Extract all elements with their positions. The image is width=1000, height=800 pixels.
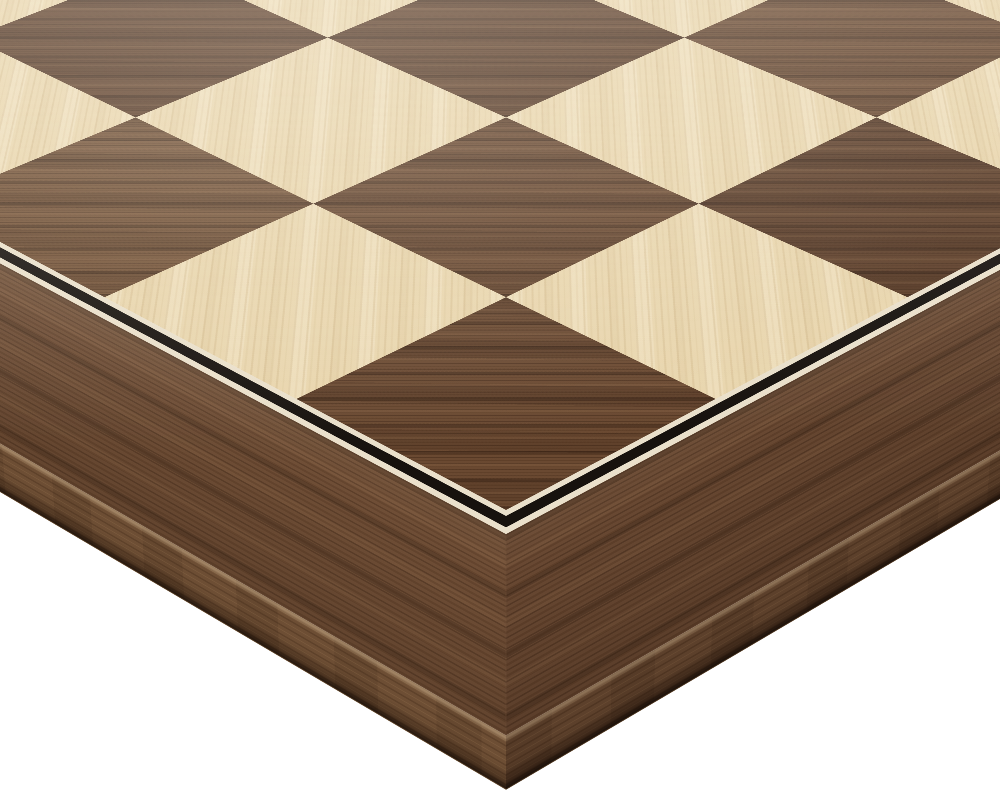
chess-board	[0, 0, 1000, 735]
stringing-ebony-line	[0, 0, 1000, 527]
product-photo-scene	[0, 0, 1000, 800]
stringing-inner-maple-line	[0, 0, 1000, 516]
